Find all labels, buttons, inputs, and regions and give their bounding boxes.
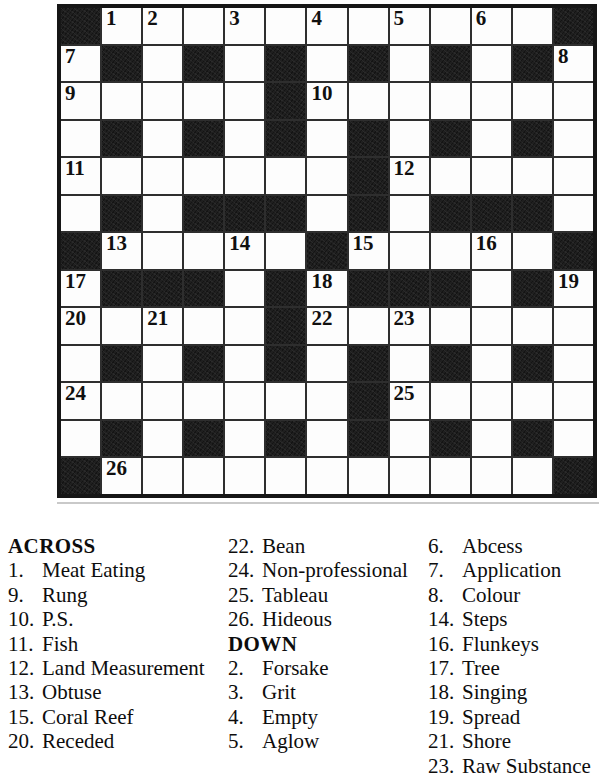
cell-r10c1[interactable] [61, 346, 100, 382]
clue-num: 9. [8, 583, 42, 607]
cell-r9c2[interactable] [102, 308, 141, 344]
clue-number-23: 23 [394, 307, 415, 329]
cell-r5c2[interactable] [102, 158, 141, 194]
cell-r11c9[interactable]: 25 [390, 383, 429, 419]
black-cell-r6c5 [225, 196, 264, 232]
cell-r11c13[interactable] [554, 383, 593, 419]
clue-number-12: 12 [394, 157, 415, 179]
clue-15: 15.Coral Reef [8, 705, 228, 729]
clue-text: Rung [42, 583, 228, 607]
clue-23: 23.Raw Substance [428, 754, 600, 774]
clue-text: Colour [462, 583, 600, 607]
cell-r13c11[interactable] [472, 458, 511, 494]
clue-number-1: 1 [106, 7, 117, 29]
black-cell-r8c8 [349, 271, 388, 307]
clue-number-8: 8 [558, 45, 569, 67]
cell-r1c4[interactable] [184, 8, 223, 44]
clue-number-14: 14 [229, 232, 250, 254]
clue-number-22: 22 [311, 307, 332, 329]
cell-r11c4[interactable] [184, 383, 223, 419]
cell-r9c10[interactable] [431, 308, 470, 344]
clue-number-10: 10 [311, 82, 332, 104]
cell-r4c9[interactable] [390, 121, 429, 157]
cell-r13c7[interactable] [307, 458, 346, 494]
cell-r2c1[interactable]: 7 [61, 46, 100, 82]
cell-r8c5[interactable] [225, 271, 264, 307]
clue-number-21: 21 [147, 307, 168, 329]
clue-4: 4.Empty [228, 705, 426, 729]
clues-column-3: 6.Abcess7.Application8.Colour14.Steps16.… [428, 534, 600, 774]
cell-r12c9[interactable] [390, 421, 429, 457]
cell-r10c13[interactable] [554, 346, 593, 382]
cell-r13c6[interactable] [266, 458, 305, 494]
cell-r10c5[interactable] [225, 346, 264, 382]
clue-text: Steps [462, 607, 600, 631]
cell-r9c5[interactable] [225, 308, 264, 344]
black-cell-r12c6 [266, 421, 305, 457]
black-cell-r2c4 [184, 46, 223, 82]
cell-r9c4[interactable] [184, 308, 223, 344]
cell-r11c2[interactable] [102, 383, 141, 419]
black-cell-r7c1 [61, 233, 100, 269]
clue-text: Spread [462, 705, 600, 729]
clue-12: 12.Land Measurement [8, 656, 228, 680]
clue-text: Singing [462, 680, 600, 704]
cell-r8c7[interactable]: 18 [307, 271, 346, 307]
cell-r11c10[interactable] [431, 383, 470, 419]
cell-r1c9[interactable]: 5 [390, 8, 429, 44]
cell-r4c3[interactable] [143, 121, 182, 157]
clue-8: 8.Colour [428, 583, 600, 607]
cell-r13c5[interactable] [225, 458, 264, 494]
cell-r8c11[interactable] [472, 271, 511, 307]
black-cell-r10c8 [349, 346, 388, 382]
clue-text: P.S. [42, 607, 228, 631]
crossword-page: 1234567891011121314151617181920212223242… [0, 0, 600, 774]
cell-r13c12[interactable] [513, 458, 552, 494]
clue-num: 18. [428, 680, 462, 704]
clue-24: 24.Non-professional [228, 558, 426, 582]
cell-r7c12[interactable] [513, 233, 552, 269]
black-cell-r6c6 [266, 196, 305, 232]
clue-num: 1. [8, 558, 42, 582]
clue-num: 16. [428, 632, 462, 656]
cell-r1c6[interactable] [266, 8, 305, 44]
black-cell-r12c12 [513, 421, 552, 457]
clue-11: 11.Fish [8, 632, 228, 656]
cell-r13c10[interactable] [431, 458, 470, 494]
cell-r3c9[interactable] [390, 83, 429, 119]
cell-r7c10[interactable] [431, 233, 470, 269]
down-header: DOWN [228, 632, 426, 656]
clue-text: Land Measurement [42, 656, 228, 680]
cell-r4c7[interactable] [307, 121, 346, 157]
cell-r7c2[interactable]: 13 [102, 233, 141, 269]
across-header: ACROSS [8, 534, 228, 558]
clue-number-20: 20 [65, 307, 86, 329]
clue-10: 10.P.S. [8, 607, 228, 631]
clue-number-9: 9 [65, 82, 76, 104]
clue-number-19: 19 [558, 270, 579, 292]
cell-r3c4[interactable] [184, 83, 223, 119]
black-cell-r8c12 [513, 271, 552, 307]
cell-r13c3[interactable] [143, 458, 182, 494]
cell-r4c1[interactable] [61, 121, 100, 157]
cell-r9c7[interactable]: 22 [307, 308, 346, 344]
clue-number-26: 26 [106, 457, 127, 479]
black-cell-r8c2 [102, 271, 141, 307]
black-cell-r6c12 [513, 196, 552, 232]
cell-r11c3[interactable] [143, 383, 182, 419]
cell-r3c11[interactable] [472, 83, 511, 119]
cell-r10c7[interactable] [307, 346, 346, 382]
clues-column-2: 22.Bean24.Non-professional25.Tableau26.H… [228, 534, 426, 754]
cell-r6c9[interactable] [390, 196, 429, 232]
cell-r1c8[interactable] [349, 8, 388, 44]
clue-text: Non-professional [262, 558, 426, 582]
clue-num: 6. [428, 534, 462, 558]
cell-r7c3[interactable] [143, 233, 182, 269]
clue-1: 1.Meat Eating [8, 558, 228, 582]
clue-19: 19.Spread [428, 705, 600, 729]
cell-r1c11[interactable]: 6 [472, 8, 511, 44]
clue-number-15: 15 [353, 232, 374, 254]
cell-r12c7[interactable] [307, 421, 346, 457]
cell-r1c10[interactable] [431, 8, 470, 44]
cell-r5c7[interactable] [307, 158, 346, 194]
clue-number-6: 6 [476, 7, 487, 29]
cell-r5c11[interactable] [472, 158, 511, 194]
black-cell-r6c2 [102, 196, 141, 232]
black-cell-r9c6 [266, 308, 305, 344]
cell-r5c6[interactable] [266, 158, 305, 194]
clue-text: Flunkeys [462, 632, 600, 656]
cell-r2c7[interactable] [307, 46, 346, 82]
cell-r6c3[interactable] [143, 196, 182, 232]
clue-number-13: 13 [106, 232, 127, 254]
black-cell-r13c1 [61, 458, 100, 494]
black-cell-r12c8 [349, 421, 388, 457]
black-cell-r10c6 [266, 346, 305, 382]
clue-num: 20. [8, 729, 42, 753]
clue-2: 2.Forsake [228, 656, 426, 680]
clue-num: 3. [228, 680, 262, 704]
cell-r3c3[interactable] [143, 83, 182, 119]
clue-num: 21. [428, 729, 462, 753]
clue-text: Obtuse [42, 680, 228, 704]
cell-r3c1[interactable]: 9 [61, 83, 100, 119]
clue-num: 23. [428, 754, 462, 774]
clue-16: 16.Flunkeys [428, 632, 600, 656]
cell-r5c1[interactable]: 11 [61, 158, 100, 194]
cell-r6c7[interactable] [307, 196, 346, 232]
clue-number-16: 16 [476, 232, 497, 254]
cell-r11c12[interactable] [513, 383, 552, 419]
cell-r12c5[interactable] [225, 421, 264, 457]
black-cell-r10c2 [102, 346, 141, 382]
black-cell-r2c2 [102, 46, 141, 82]
cell-r5c5[interactable] [225, 158, 264, 194]
cell-r9c11[interactable] [472, 308, 511, 344]
black-cell-r8c10 [431, 271, 470, 307]
cell-r2c11[interactable] [472, 46, 511, 82]
cell-r3c7[interactable]: 10 [307, 83, 346, 119]
black-cell-r11c8 [349, 383, 388, 419]
cell-r7c6[interactable] [266, 233, 305, 269]
clue-text: Meat Eating [42, 558, 228, 582]
black-cell-r8c6 [266, 271, 305, 307]
black-cell-r4c2 [102, 121, 141, 157]
cell-r5c13[interactable] [554, 158, 593, 194]
clue-text: Fish [42, 632, 228, 656]
cell-r4c11[interactable] [472, 121, 511, 157]
cell-r3c5[interactable] [225, 83, 264, 119]
black-cell-r2c12 [513, 46, 552, 82]
clue-text: Shore [462, 729, 600, 753]
clue-3: 3.Grit [228, 680, 426, 704]
clue-num: 12. [8, 656, 42, 680]
clue-number-5: 5 [394, 7, 405, 29]
clue-text: Bean [262, 534, 426, 558]
cell-r5c10[interactable] [431, 158, 470, 194]
clue-num: 14. [428, 607, 462, 631]
black-cell-r12c2 [102, 421, 141, 457]
cell-r13c9[interactable] [390, 458, 429, 494]
cell-r9c9[interactable]: 23 [390, 308, 429, 344]
black-cell-r6c11 [472, 196, 511, 232]
clue-num: 10. [8, 607, 42, 631]
clue-num: 7. [428, 558, 462, 582]
clue-21: 21.Shore [428, 729, 600, 753]
black-cell-r13c13 [554, 458, 593, 494]
cell-r7c9[interactable] [390, 233, 429, 269]
clue-num: 15. [8, 705, 42, 729]
black-cell-r10c12 [513, 346, 552, 382]
cell-r7c8[interactable]: 15 [349, 233, 388, 269]
cell-r5c4[interactable] [184, 158, 223, 194]
black-cell-r4c8 [349, 121, 388, 157]
black-cell-r7c7 [307, 233, 346, 269]
clue-num: 4. [228, 705, 262, 729]
clue-9: 9.Rung [8, 583, 228, 607]
cell-r3c12[interactable] [513, 83, 552, 119]
clue-20: 20.Receded [8, 729, 228, 753]
cell-r9c1[interactable]: 20 [61, 308, 100, 344]
cell-r12c13[interactable] [554, 421, 593, 457]
black-cell-r2c8 [349, 46, 388, 82]
clue-num: 17. [428, 656, 462, 680]
clue-text: Coral Reef [42, 705, 228, 729]
clue-num: 26. [228, 607, 262, 631]
clue-25: 25.Tableau [228, 583, 426, 607]
black-cell-r1c13 [554, 8, 593, 44]
cell-r3c8[interactable] [349, 83, 388, 119]
black-cell-r1c1 [61, 8, 100, 44]
cell-r3c2[interactable] [102, 83, 141, 119]
clue-14: 14.Steps [428, 607, 600, 631]
clue-num: 11. [8, 632, 42, 656]
clue-7: 7.Application [428, 558, 600, 582]
clue-text: Aglow [262, 729, 426, 753]
black-cell-r8c9 [390, 271, 429, 307]
clue-text: Application [462, 558, 600, 582]
cell-r13c4[interactable] [184, 458, 223, 494]
clue-text: Tree [462, 656, 600, 680]
crossword-grid: 1234567891011121314151617181920212223242… [57, 4, 597, 498]
clue-num: 5. [228, 729, 262, 753]
clue-text: Tableau [262, 583, 426, 607]
clue-number-4: 4 [311, 7, 322, 29]
black-cell-r8c4 [184, 271, 223, 307]
cell-r2c5[interactable] [225, 46, 264, 82]
cell-r12c11[interactable] [472, 421, 511, 457]
cell-r4c5[interactable] [225, 121, 264, 157]
cell-r1c5[interactable]: 3 [225, 8, 264, 44]
black-cell-r6c10 [431, 196, 470, 232]
clue-num: 2. [228, 656, 262, 680]
cell-r6c1[interactable] [61, 196, 100, 232]
cell-r1c2[interactable]: 1 [102, 8, 141, 44]
cell-r9c8[interactable] [349, 308, 388, 344]
clue-number-25: 25 [394, 382, 415, 404]
cell-r6c13[interactable] [554, 196, 593, 232]
clue-text: Abcess [462, 534, 600, 558]
clue-num: 13. [8, 680, 42, 704]
clue-num: 24. [228, 558, 262, 582]
black-cell-r8c3 [143, 271, 182, 307]
black-cell-r6c8 [349, 196, 388, 232]
black-cell-r7c13 [554, 233, 593, 269]
black-cell-r2c10 [431, 46, 470, 82]
clue-6: 6.Abcess [428, 534, 600, 558]
cell-r13c2[interactable]: 26 [102, 458, 141, 494]
cell-r11c6[interactable] [266, 383, 305, 419]
cell-r11c5[interactable] [225, 383, 264, 419]
clue-number-17: 17 [65, 270, 86, 292]
clue-number-3: 3 [229, 7, 240, 29]
clue-num: 19. [428, 705, 462, 729]
cell-r11c11[interactable] [472, 383, 511, 419]
black-cell-r10c10 [431, 346, 470, 382]
clue-text: Raw Substance [462, 754, 600, 774]
black-cell-r3c6 [266, 83, 305, 119]
black-cell-r12c10 [431, 421, 470, 457]
cell-r7c4[interactable] [184, 233, 223, 269]
cell-r2c3[interactable] [143, 46, 182, 82]
clue-number-24: 24 [65, 382, 86, 404]
cell-r12c3[interactable] [143, 421, 182, 457]
clue-13: 13.Obtuse [8, 680, 228, 704]
clue-text: Receded [42, 729, 228, 753]
clue-17: 17.Tree [428, 656, 600, 680]
cell-r1c3[interactable]: 2 [143, 8, 182, 44]
cell-r9c12[interactable] [513, 308, 552, 344]
cell-r2c13[interactable]: 8 [554, 46, 593, 82]
cell-r9c3[interactable]: 21 [143, 308, 182, 344]
cell-r8c1[interactable]: 17 [61, 271, 100, 307]
clue-num: 25. [228, 583, 262, 607]
cell-r5c3[interactable] [143, 158, 182, 194]
black-cell-r2c6 [266, 46, 305, 82]
black-cell-r4c10 [431, 121, 470, 157]
clue-5: 5.Aglow [228, 729, 426, 753]
black-cell-r4c12 [513, 121, 552, 157]
cell-r13c8[interactable] [349, 458, 388, 494]
cell-r10c11[interactable] [472, 346, 511, 382]
cell-r12c1[interactable] [61, 421, 100, 457]
clues-column-1: ACROSS1.Meat Eating9.Rung10.P.S.11.Fish1… [8, 534, 228, 754]
black-cell-r5c8 [349, 158, 388, 194]
cell-r5c9[interactable]: 12 [390, 158, 429, 194]
clue-num: 22. [228, 534, 262, 558]
clue-text: Hideous [262, 607, 426, 631]
black-cell-r10c4 [184, 346, 223, 382]
cell-r7c5[interactable]: 14 [225, 233, 264, 269]
clue-number-11: 11 [65, 157, 85, 179]
clue-number-7: 7 [65, 45, 76, 67]
black-cell-r4c4 [184, 121, 223, 157]
cell-r1c12[interactable] [513, 8, 552, 44]
cell-r11c1[interactable]: 24 [61, 383, 100, 419]
clue-text: Forsake [262, 656, 426, 680]
clue-text: Grit [262, 680, 426, 704]
clue-number-18: 18 [311, 270, 332, 292]
black-cell-r12c4 [184, 421, 223, 457]
cell-r4c13[interactable] [554, 121, 593, 157]
cell-r11c7[interactable] [307, 383, 346, 419]
cell-r3c13[interactable] [554, 83, 593, 119]
clue-number-2: 2 [147, 7, 158, 29]
clue-22: 22.Bean [228, 534, 426, 558]
cell-r10c3[interactable] [143, 346, 182, 382]
cell-r1c7[interactable]: 4 [307, 8, 346, 44]
cell-r2c9[interactable] [390, 46, 429, 82]
cell-r9c13[interactable] [554, 308, 593, 344]
clue-18: 18.Singing [428, 680, 600, 704]
clue-26: 26.Hideous [228, 607, 426, 631]
black-cell-r6c4 [184, 196, 223, 232]
clue-text: Empty [262, 705, 426, 729]
cell-r5c12[interactable] [513, 158, 552, 194]
cell-r10c9[interactable] [390, 346, 429, 382]
cell-r3c10[interactable] [431, 83, 470, 119]
clue-num: 8. [428, 583, 462, 607]
black-cell-r4c6 [266, 121, 305, 157]
cell-r8c13[interactable]: 19 [554, 271, 593, 307]
cell-r7c11[interactable]: 16 [472, 233, 511, 269]
